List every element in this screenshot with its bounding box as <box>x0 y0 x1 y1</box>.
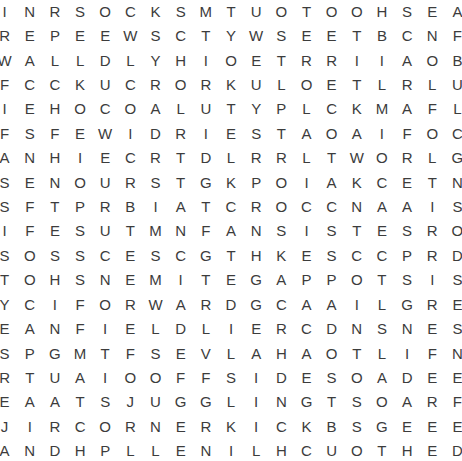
grid-cell[interactable]: I <box>193 121 218 145</box>
grid-cell[interactable]: A <box>395 194 420 218</box>
grid-cell[interactable]: T <box>168 146 193 170</box>
grid-cell[interactable]: T <box>218 243 243 267</box>
grid-cell[interactable]: C <box>118 72 143 96</box>
grid-cell[interactable]: K <box>218 170 243 194</box>
grid-cell[interactable]: H <box>395 439 420 461</box>
grid-cell[interactable]: G <box>395 292 420 316</box>
grid-cell[interactable]: P <box>395 243 420 267</box>
grid-cell[interactable]: R <box>319 48 344 72</box>
grid-cell[interactable]: I <box>395 341 420 365</box>
grid-cell[interactable]: C <box>369 170 394 194</box>
grid-cell[interactable]: I <box>294 219 319 243</box>
grid-cell[interactable]: O <box>344 0 369 23</box>
grid-cell[interactable]: B <box>369 23 394 47</box>
grid-cell[interactable]: S <box>168 0 193 23</box>
grid-cell[interactable]: S <box>0 170 17 194</box>
grid-cell[interactable]: K <box>269 243 294 267</box>
grid-cell[interactable]: W <box>344 146 369 170</box>
grid-cell[interactable]: E <box>168 414 193 438</box>
grid-cell[interactable]: S <box>67 268 92 292</box>
grid-cell[interactable]: E <box>420 414 445 438</box>
grid-cell[interactable]: F <box>193 219 218 243</box>
grid-cell[interactable]: R <box>118 170 143 194</box>
grid-cell[interactable]: O <box>143 365 168 389</box>
grid-cell[interactable]: C <box>118 146 143 170</box>
grid-cell[interactable]: K <box>344 97 369 121</box>
grid-cell[interactable]: I <box>0 0 17 23</box>
grid-cell[interactable]: T <box>420 170 445 194</box>
grid-cell[interactable]: I <box>42 292 67 316</box>
grid-cell[interactable]: W <box>118 23 143 47</box>
grid-cell[interactable]: K <box>294 414 319 438</box>
grid-cell[interactable]: E <box>420 316 445 340</box>
grid-cell[interactable]: I <box>218 316 243 340</box>
grid-cell[interactable]: D <box>445 243 462 267</box>
grid-cell[interactable]: S <box>395 219 420 243</box>
grid-cell[interactable]: I <box>244 390 269 414</box>
grid-cell[interactable]: T <box>17 365 42 389</box>
grid-cell[interactable]: R <box>42 0 67 23</box>
grid-cell[interactable]: T <box>369 268 394 292</box>
grid-cell[interactable]: S <box>395 0 420 23</box>
grid-cell[interactable]: A <box>218 219 243 243</box>
grid-cell[interactable]: R <box>420 292 445 316</box>
grid-cell[interactable]: L <box>218 341 243 365</box>
grid-cell[interactable]: E <box>244 316 269 340</box>
grid-cell[interactable]: T <box>168 170 193 194</box>
grid-cell[interactable]: P <box>294 268 319 292</box>
grid-cell[interactable]: H <box>168 48 193 72</box>
grid-cell[interactable]: T <box>369 439 394 461</box>
grid-cell[interactable]: G <box>193 390 218 414</box>
grid-cell[interactable]: T <box>218 0 243 23</box>
grid-cell[interactable]: I <box>67 146 92 170</box>
grid-cell[interactable]: N <box>420 23 445 47</box>
grid-cell[interactable]: E <box>118 243 143 267</box>
grid-cell[interactable]: O <box>319 121 344 145</box>
grid-cell[interactable]: O <box>319 0 344 23</box>
grid-cell[interactable]: L <box>168 97 193 121</box>
grid-cell[interactable]: D <box>168 316 193 340</box>
grid-cell[interactable]: R <box>420 219 445 243</box>
grid-cell[interactable]: G <box>369 414 394 438</box>
grid-cell[interactable]: F <box>67 292 92 316</box>
grid-cell[interactable]: E <box>17 23 42 47</box>
grid-cell[interactable]: A <box>42 390 67 414</box>
grid-cell[interactable]: E <box>319 23 344 47</box>
grid-cell[interactable]: R <box>93 194 118 218</box>
grid-cell[interactable]: R <box>42 414 67 438</box>
grid-cell[interactable]: U <box>93 170 118 194</box>
grid-cell[interactable]: S <box>244 121 269 145</box>
grid-cell[interactable]: H <box>244 243 269 267</box>
grid-cell[interactable]: I <box>143 194 168 218</box>
grid-cell[interactable]: S <box>0 243 17 267</box>
grid-cell[interactable]: S <box>67 243 92 267</box>
grid-cell[interactable]: F <box>42 121 67 145</box>
grid-cell[interactable]: N <box>244 219 269 243</box>
grid-cell[interactable]: L <box>369 341 394 365</box>
grid-cell[interactable]: U <box>244 72 269 96</box>
grid-cell[interactable]: N <box>143 414 168 438</box>
grid-cell[interactable]: K <box>67 72 92 96</box>
grid-cell[interactable]: I <box>168 268 193 292</box>
grid-cell[interactable]: R <box>244 146 269 170</box>
grid-cell[interactable]: S <box>42 243 67 267</box>
grid-cell[interactable]: C <box>445 121 462 145</box>
grid-cell[interactable]: A <box>395 97 420 121</box>
grid-cell[interactable]: R <box>0 365 17 389</box>
grid-cell[interactable]: L <box>118 439 143 461</box>
grid-cell[interactable]: D <box>395 365 420 389</box>
grid-cell[interactable]: U <box>93 72 118 96</box>
grid-cell[interactable]: O <box>17 268 42 292</box>
grid-cell[interactable]: L <box>269 72 294 96</box>
grid-cell[interactable]: A <box>168 292 193 316</box>
grid-cell[interactable]: O <box>269 170 294 194</box>
grid-cell[interactable]: F <box>67 316 92 340</box>
grid-cell[interactable]: G <box>445 146 462 170</box>
grid-cell[interactable]: F <box>445 23 462 47</box>
grid-cell[interactable]: S <box>395 268 420 292</box>
grid-cell[interactable]: I <box>244 414 269 438</box>
grid-cell[interactable]: C <box>93 97 118 121</box>
grid-cell[interactable]: S <box>67 0 92 23</box>
grid-cell[interactable]: P <box>244 170 269 194</box>
grid-cell[interactable]: S <box>319 243 344 267</box>
grid-cell[interactable]: T <box>344 72 369 96</box>
grid-cell[interactable]: V <box>193 341 218 365</box>
grid-cell[interactable]: G <box>193 170 218 194</box>
grid-cell[interactable]: B <box>118 194 143 218</box>
grid-cell[interactable]: U <box>445 72 462 96</box>
grid-cell[interactable]: B <box>445 48 462 72</box>
grid-cell[interactable]: M <box>67 341 92 365</box>
grid-cell[interactable]: S <box>344 390 369 414</box>
grid-cell[interactable]: I <box>93 365 118 389</box>
grid-cell[interactable]: H <box>42 97 67 121</box>
grid-cell[interactable]: E <box>369 219 394 243</box>
grid-cell[interactable]: T <box>42 194 67 218</box>
grid-cell[interactable]: S <box>445 194 462 218</box>
grid-cell[interactable]: A <box>369 194 394 218</box>
grid-cell[interactable]: E <box>93 23 118 47</box>
grid-cell[interactable]: A <box>269 268 294 292</box>
grid-cell[interactable]: C <box>395 23 420 47</box>
grid-cell[interactable]: S <box>319 219 344 243</box>
grid-cell[interactable]: T <box>67 390 92 414</box>
grid-cell[interactable]: A <box>344 121 369 145</box>
grid-cell[interactable]: U <box>193 97 218 121</box>
grid-cell[interactable]: E <box>294 243 319 267</box>
grid-cell[interactable]: R <box>193 292 218 316</box>
grid-cell[interactable]: T <box>118 219 143 243</box>
grid-cell[interactable]: L <box>118 48 143 72</box>
grid-cell[interactable]: C <box>319 97 344 121</box>
grid-cell[interactable]: O <box>93 0 118 23</box>
grid-cell[interactable]: S <box>143 170 168 194</box>
grid-cell[interactable]: E <box>319 72 344 96</box>
grid-cell[interactable]: E <box>218 268 243 292</box>
grid-cell[interactable]: C <box>218 194 243 218</box>
grid-cell[interactable]: E <box>168 439 193 461</box>
grid-cell[interactable]: A <box>319 170 344 194</box>
grid-cell[interactable]: F <box>420 341 445 365</box>
grid-cell[interactable]: E <box>17 97 42 121</box>
grid-cell[interactable]: O <box>319 341 344 365</box>
grid-cell[interactable]: T <box>344 23 369 47</box>
grid-cell[interactable]: I <box>118 121 143 145</box>
grid-cell[interactable]: A <box>17 316 42 340</box>
grid-cell[interactable]: U <box>143 390 168 414</box>
grid-cell[interactable]: O <box>93 292 118 316</box>
grid-cell[interactable]: O <box>218 48 243 72</box>
grid-cell[interactable]: I <box>244 365 269 389</box>
grid-cell[interactable]: G <box>42 341 67 365</box>
grid-cell[interactable]: O <box>269 0 294 23</box>
grid-cell[interactable]: S <box>0 341 17 365</box>
grid-cell[interactable]: I <box>294 170 319 194</box>
grid-cell[interactable]: N <box>269 390 294 414</box>
grid-cell[interactable]: I <box>0 97 17 121</box>
grid-cell[interactable]: R <box>193 72 218 96</box>
grid-cell[interactable]: L <box>445 97 462 121</box>
grid-cell[interactable]: F <box>420 97 445 121</box>
grid-cell[interactable]: E <box>42 219 67 243</box>
grid-cell[interactable]: D <box>143 121 168 145</box>
grid-cell[interactable]: M <box>193 0 218 23</box>
grid-cell[interactable]: I <box>420 268 445 292</box>
grid-cell[interactable]: S <box>0 194 17 218</box>
grid-cell[interactable]: S <box>143 243 168 267</box>
grid-cell[interactable]: L <box>369 72 394 96</box>
grid-cell[interactable]: E <box>67 23 92 47</box>
grid-cell[interactable]: F <box>17 194 42 218</box>
grid-cell[interactable]: H <box>42 146 67 170</box>
grid-cell[interactable]: O <box>344 268 369 292</box>
grid-cell[interactable]: I <box>344 48 369 72</box>
grid-cell[interactable]: E <box>445 414 462 438</box>
grid-cell[interactable]: N <box>17 439 42 461</box>
grid-cell[interactable]: L <box>420 72 445 96</box>
grid-cell[interactable]: L <box>294 97 319 121</box>
grid-cell[interactable]: I <box>218 439 243 461</box>
grid-cell[interactable]: R <box>395 72 420 96</box>
grid-cell[interactable]: N <box>42 316 67 340</box>
grid-cell[interactable]: E <box>445 292 462 316</box>
grid-cell[interactable]: I <box>369 48 394 72</box>
grid-cell[interactable]: H <box>369 0 394 23</box>
grid-cell[interactable]: N <box>17 146 42 170</box>
grid-cell[interactable]: S <box>269 219 294 243</box>
grid-cell[interactable]: L <box>294 146 319 170</box>
grid-cell[interactable]: B <box>319 414 344 438</box>
grid-cell[interactable]: T <box>0 268 17 292</box>
grid-cell[interactable]: T <box>269 121 294 145</box>
grid-cell[interactable]: L <box>143 316 168 340</box>
grid-cell[interactable]: S <box>17 121 42 145</box>
grid-cell[interactable]: A <box>0 439 17 461</box>
grid-cell[interactable]: O <box>67 97 92 121</box>
grid-cell[interactable]: R <box>143 146 168 170</box>
grid-cell[interactable]: Y <box>244 97 269 121</box>
grid-cell[interactable]: S <box>269 23 294 47</box>
grid-cell[interactable]: A <box>17 48 42 72</box>
grid-cell[interactable]: U <box>244 0 269 23</box>
grid-cell[interactable]: F <box>0 72 17 96</box>
grid-cell[interactable]: W <box>143 292 168 316</box>
grid-cell[interactable]: E <box>93 146 118 170</box>
grid-cell[interactable]: I <box>93 316 118 340</box>
grid-cell[interactable]: R <box>244 194 269 218</box>
grid-cell[interactable]: H <box>67 439 92 461</box>
grid-cell[interactable]: L <box>193 316 218 340</box>
grid-cell[interactable]: A <box>395 390 420 414</box>
grid-cell[interactable]: E <box>244 48 269 72</box>
grid-cell[interactable]: S <box>445 316 462 340</box>
grid-cell[interactable]: G <box>193 243 218 267</box>
grid-cell[interactable]: E <box>395 414 420 438</box>
grid-cell[interactable]: F <box>118 341 143 365</box>
grid-cell[interactable]: S <box>67 219 92 243</box>
grid-cell[interactable]: T <box>344 341 369 365</box>
grid-cell[interactable]: C <box>93 243 118 267</box>
grid-cell[interactable]: N <box>445 341 462 365</box>
grid-cell[interactable]: D <box>193 146 218 170</box>
grid-cell[interactable]: G <box>168 390 193 414</box>
grid-cell[interactable]: D <box>218 292 243 316</box>
grid-cell[interactable]: S <box>143 23 168 47</box>
grid-cell[interactable]: I <box>420 194 445 218</box>
grid-cell[interactable]: A <box>294 341 319 365</box>
grid-cell[interactable]: C <box>369 243 394 267</box>
grid-cell[interactable]: O <box>420 121 445 145</box>
grid-cell[interactable]: O <box>294 72 319 96</box>
grid-cell[interactable]: C <box>269 414 294 438</box>
grid-cell[interactable]: L <box>42 48 67 72</box>
grid-cell[interactable]: C <box>269 292 294 316</box>
grid-cell[interactable]: P <box>319 268 344 292</box>
grid-cell[interactable]: O <box>93 414 118 438</box>
grid-cell[interactable]: L <box>218 146 243 170</box>
grid-cell[interactable]: L <box>67 48 92 72</box>
grid-cell[interactable]: C <box>17 72 42 96</box>
grid-cell[interactable]: S <box>319 365 344 389</box>
grid-cell[interactable]: M <box>369 97 394 121</box>
grid-cell[interactable]: E <box>168 341 193 365</box>
grid-cell[interactable]: P <box>67 194 92 218</box>
grid-cell[interactable]: A <box>143 97 168 121</box>
grid-cell[interactable]: N <box>42 170 67 194</box>
grid-cell[interactable]: O <box>67 170 92 194</box>
grid-cell[interactable]: A <box>294 121 319 145</box>
grid-cell[interactable]: S <box>218 365 243 389</box>
grid-cell[interactable]: F <box>17 219 42 243</box>
grid-cell[interactable]: K <box>143 0 168 23</box>
grid-cell[interactable]: E <box>218 121 243 145</box>
grid-cell[interactable]: E <box>395 170 420 194</box>
grid-cell[interactable]: C <box>319 194 344 218</box>
grid-cell[interactable]: D <box>319 316 344 340</box>
grid-cell[interactable]: O <box>344 365 369 389</box>
grid-cell[interactable]: I <box>369 121 394 145</box>
grid-cell[interactable]: I <box>344 292 369 316</box>
grid-cell[interactable]: K <box>218 414 243 438</box>
grid-cell[interactable]: E <box>118 316 143 340</box>
grid-cell[interactable]: C <box>344 243 369 267</box>
grid-cell[interactable]: P <box>269 97 294 121</box>
grid-cell[interactable]: D <box>269 365 294 389</box>
grid-cell[interactable]: Y <box>143 48 168 72</box>
grid-cell[interactable]: D <box>42 439 67 461</box>
grid-cell[interactable]: W <box>0 48 17 72</box>
grid-cell[interactable]: R <box>118 414 143 438</box>
grid-cell[interactable]: T <box>269 48 294 72</box>
grid-cell[interactable]: O <box>17 243 42 267</box>
grid-cell[interactable]: A <box>67 365 92 389</box>
grid-cell[interactable]: U <box>42 365 67 389</box>
grid-cell[interactable]: C <box>67 414 92 438</box>
grid-cell[interactable]: R <box>269 146 294 170</box>
grid-cell[interactable]: R <box>0 23 17 47</box>
grid-cell[interactable]: P <box>17 341 42 365</box>
grid-cell[interactable]: D <box>93 48 118 72</box>
grid-cell[interactable]: A <box>168 194 193 218</box>
grid-cell[interactable]: M <box>143 268 168 292</box>
grid-cell[interactable]: Y <box>218 23 243 47</box>
grid-cell[interactable]: S <box>445 268 462 292</box>
grid-cell[interactable]: C <box>168 243 193 267</box>
grid-cell[interactable]: E <box>17 170 42 194</box>
grid-cell[interactable]: O <box>168 72 193 96</box>
grid-cell[interactable]: W <box>244 23 269 47</box>
grid-cell[interactable]: K <box>218 72 243 96</box>
grid-cell[interactable]: C <box>294 316 319 340</box>
grid-cell[interactable]: F <box>0 121 17 145</box>
grid-cell[interactable]: Y <box>0 292 17 316</box>
grid-cell[interactable]: C <box>168 23 193 47</box>
grid-cell[interactable]: A <box>369 365 394 389</box>
grid-cell[interactable]: E <box>420 0 445 23</box>
grid-cell[interactable]: R <box>143 72 168 96</box>
grid-cell[interactable]: L <box>369 292 394 316</box>
grid-cell[interactable]: N <box>445 170 462 194</box>
grid-cell[interactable]: N <box>93 268 118 292</box>
grid-cell[interactable]: E <box>67 121 92 145</box>
grid-cell[interactable]: F <box>395 121 420 145</box>
grid-cell[interactable]: T <box>93 341 118 365</box>
grid-cell[interactable]: T <box>319 146 344 170</box>
grid-cell[interactable]: O <box>445 219 462 243</box>
grid-cell[interactable]: P <box>42 23 67 47</box>
grid-cell[interactable]: R <box>118 292 143 316</box>
grid-cell[interactable]: I <box>17 414 42 438</box>
grid-cell[interactable]: R <box>168 121 193 145</box>
grid-cell[interactable]: F <box>445 390 462 414</box>
grid-cell[interactable]: G <box>244 268 269 292</box>
grid-cell[interactable]: S <box>369 316 394 340</box>
grid-cell[interactable]: U <box>319 439 344 461</box>
grid-cell[interactable]: T <box>319 390 344 414</box>
grid-cell[interactable]: E <box>118 268 143 292</box>
grid-cell[interactable]: E <box>294 23 319 47</box>
grid-cell[interactable]: C <box>42 72 67 96</box>
grid-cell[interactable]: N <box>344 194 369 218</box>
grid-cell[interactable]: D <box>445 439 462 461</box>
grid-cell[interactable]: O <box>369 146 394 170</box>
grid-cell[interactable]: R <box>294 48 319 72</box>
grid-cell[interactable]: F <box>193 365 218 389</box>
